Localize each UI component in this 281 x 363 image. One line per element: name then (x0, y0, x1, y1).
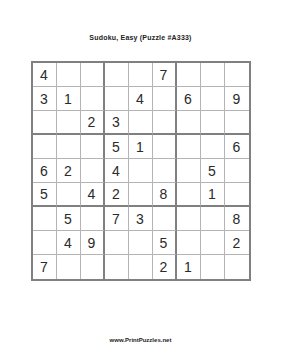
cell-r5c2: 2 (57, 159, 81, 183)
cell-r5c6 (153, 159, 177, 183)
cell-r6c7 (177, 183, 201, 207)
cell-r4c2 (57, 135, 81, 159)
cell-r9c7: 1 (177, 255, 201, 279)
cell-r5c5 (129, 159, 153, 183)
cell-r2c8 (201, 87, 225, 111)
cell-r3c2 (57, 111, 81, 135)
cell-r7c8 (201, 207, 225, 231)
cell-r6c3: 4 (81, 183, 105, 207)
cell-r9c1: 7 (33, 255, 57, 279)
sudoku-board: 47314692351662455428157384952721 (31, 61, 251, 281)
cell-r1c5 (129, 63, 153, 87)
cell-r1c1: 4 (33, 63, 57, 87)
cell-r3c8 (201, 111, 225, 135)
cell-r8c8 (201, 231, 225, 255)
cell-r6c1: 5 (33, 183, 57, 207)
cell-r7c1 (33, 207, 57, 231)
cell-r1c3 (81, 63, 105, 87)
cell-r4c4: 5 (105, 135, 129, 159)
cell-r3c5 (129, 111, 153, 135)
cell-r2c4 (105, 87, 129, 111)
cell-r7c4: 7 (105, 207, 129, 231)
cell-r4c9: 6 (225, 135, 249, 159)
cell-r2c9: 9 (225, 87, 249, 111)
cell-r4c7 (177, 135, 201, 159)
cell-r1c2 (57, 63, 81, 87)
cell-r1c9 (225, 63, 249, 87)
cell-r7c5: 3 (129, 207, 153, 231)
cell-r7c7 (177, 207, 201, 231)
cell-r9c8 (201, 255, 225, 279)
cell-r3c7 (177, 111, 201, 135)
cell-r9c3 (81, 255, 105, 279)
cell-r6c5 (129, 183, 153, 207)
cell-r5c4: 4 (105, 159, 129, 183)
cell-r9c5 (129, 255, 153, 279)
cell-r3c6 (153, 111, 177, 135)
cell-r9c9 (225, 255, 249, 279)
cell-r7c9: 8 (225, 207, 249, 231)
cell-r2c5: 4 (129, 87, 153, 111)
cell-r6c9 (225, 183, 249, 207)
cell-r3c3: 2 (81, 111, 105, 135)
cell-r4c1 (33, 135, 57, 159)
cell-r8c1 (33, 231, 57, 255)
cell-r2c2: 1 (57, 87, 81, 111)
cell-r2c1: 3 (33, 87, 57, 111)
cell-r6c6: 8 (153, 183, 177, 207)
cell-r7c3 (81, 207, 105, 231)
cell-r8c4 (105, 231, 129, 255)
page-title: Sudoku, Easy (Puzzle #A333) (0, 34, 281, 41)
cell-r2c6 (153, 87, 177, 111)
cell-r8c7 (177, 231, 201, 255)
cell-r8c3: 9 (81, 231, 105, 255)
cell-r3c1 (33, 111, 57, 135)
printable-sudoku-page: Sudoku, Easy (Puzzle #A333) 473146923516… (0, 0, 281, 363)
cell-r8c2: 4 (57, 231, 81, 255)
cell-r9c2 (57, 255, 81, 279)
cell-r2c3 (81, 87, 105, 111)
cell-r5c8: 5 (201, 159, 225, 183)
cell-r9c4 (105, 255, 129, 279)
cell-r1c7 (177, 63, 201, 87)
cell-r4c8 (201, 135, 225, 159)
cell-r3c4: 3 (105, 111, 129, 135)
footer-url: www.PrintPuzzles.net (0, 337, 281, 343)
cell-r5c7 (177, 159, 201, 183)
cell-r5c3 (81, 159, 105, 183)
cell-r6c8: 1 (201, 183, 225, 207)
cell-r8c9: 2 (225, 231, 249, 255)
cell-r1c8 (201, 63, 225, 87)
cell-r7c6 (153, 207, 177, 231)
cell-r8c6: 5 (153, 231, 177, 255)
cell-r9c6: 2 (153, 255, 177, 279)
cell-r8c5 (129, 231, 153, 255)
cell-r7c2: 5 (57, 207, 81, 231)
cell-r3c9 (225, 111, 249, 135)
cell-r1c4 (105, 63, 129, 87)
cell-r4c6 (153, 135, 177, 159)
cell-r5c1: 6 (33, 159, 57, 183)
cell-r4c5: 1 (129, 135, 153, 159)
cell-r6c4: 2 (105, 183, 129, 207)
cell-r2c7: 6 (177, 87, 201, 111)
cell-r6c2 (57, 183, 81, 207)
cell-r1c6: 7 (153, 63, 177, 87)
cell-r5c9 (225, 159, 249, 183)
cell-r4c3 (81, 135, 105, 159)
